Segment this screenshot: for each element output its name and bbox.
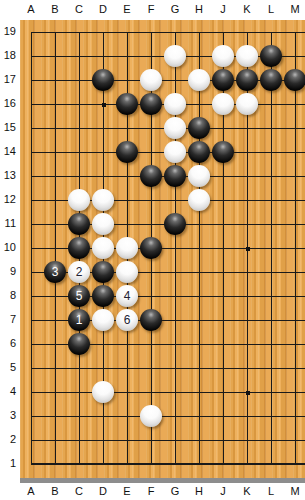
col-label-bottom-H: H (195, 485, 203, 497)
row-label-12: 12 (0, 193, 16, 205)
col-label-bottom-B: B (51, 485, 58, 497)
star-point-K10 (246, 247, 250, 251)
stone-white-G16[interactable] (164, 93, 186, 115)
stone-black-C8-move-5[interactable]: 5 (68, 285, 90, 307)
row-label-15: 15 (0, 121, 16, 133)
stone-black-K17[interactable] (236, 69, 258, 91)
col-label-top-B: B (51, 3, 58, 15)
stone-black-G13[interactable] (164, 165, 186, 187)
row-label-4: 4 (0, 385, 16, 397)
stone-white-G15[interactable] (164, 117, 186, 139)
stone-white-D12[interactable] (92, 189, 114, 211)
go-diagram: 351246 AABBCCDDEEFFGGHHJJKKLLMM191817161… (0, 0, 305, 500)
row-label-1: 1 (0, 457, 16, 469)
stone-white-E7-move-6[interactable]: 6 (116, 309, 138, 331)
stone-black-D8[interactable] (92, 285, 114, 307)
col-label-top-H: H (195, 3, 203, 15)
col-label-top-C: C (75, 3, 83, 15)
stone-black-D9[interactable] (92, 261, 114, 283)
stone-white-D11[interactable] (92, 213, 114, 235)
col-label-bottom-M: M (290, 485, 299, 497)
stone-black-F10[interactable] (140, 237, 162, 259)
stone-white-D4[interactable] (92, 381, 114, 403)
grid-line-row-4 (31, 392, 305, 393)
row-label-18: 18 (0, 49, 16, 61)
stone-white-F17[interactable] (140, 69, 162, 91)
col-label-bottom-J: J (220, 485, 226, 497)
stone-black-F16[interactable] (140, 93, 162, 115)
row-label-10: 10 (0, 241, 16, 253)
star-point-D16 (102, 103, 106, 107)
stone-white-E10[interactable] (116, 237, 138, 259)
stone-black-B9-move-3[interactable]: 3 (44, 261, 66, 283)
stone-black-M17[interactable] (284, 69, 305, 91)
row-label-13: 13 (0, 169, 16, 181)
col-label-top-M: M (290, 3, 299, 15)
stone-white-K18[interactable] (236, 45, 258, 67)
col-label-top-K: K (243, 3, 250, 15)
col-label-top-A: A (27, 3, 34, 15)
grid-line-row-5 (31, 368, 305, 369)
col-label-bottom-E: E (123, 485, 130, 497)
stone-black-G11[interactable] (164, 213, 186, 235)
row-label-17: 17 (0, 73, 16, 85)
stone-white-G18[interactable] (164, 45, 186, 67)
row-label-19: 19 (0, 25, 16, 37)
col-label-top-E: E (123, 3, 130, 15)
col-label-top-J: J (220, 3, 226, 15)
row-label-14: 14 (0, 145, 16, 157)
row-label-16: 16 (0, 97, 16, 109)
col-label-bottom-G: G (171, 485, 180, 497)
col-label-top-F: F (148, 3, 155, 15)
stone-black-C6[interactable] (68, 333, 90, 355)
stone-white-D10[interactable] (92, 237, 114, 259)
stone-white-C12[interactable] (68, 189, 90, 211)
stone-black-F13[interactable] (140, 165, 162, 187)
stone-white-D7[interactable] (92, 309, 114, 331)
stone-white-H13[interactable] (188, 165, 210, 187)
star-point-K4 (246, 391, 250, 395)
col-label-bottom-F: F (148, 485, 155, 497)
stone-black-D17[interactable] (92, 69, 114, 91)
stone-white-E8-move-4[interactable]: 4 (116, 285, 138, 307)
row-label-3: 3 (0, 409, 16, 421)
stone-black-F7[interactable] (140, 309, 162, 331)
stone-white-J16[interactable] (212, 93, 234, 115)
stone-black-C11[interactable] (68, 213, 90, 235)
stone-white-F3[interactable] (140, 405, 162, 427)
col-label-bottom-C: C (75, 485, 83, 497)
stone-black-J14[interactable] (212, 141, 234, 163)
stone-black-L17[interactable] (260, 69, 282, 91)
stone-black-E14[interactable] (116, 141, 138, 163)
stone-white-E9[interactable] (116, 261, 138, 283)
stone-white-C9-move-2[interactable]: 2 (68, 261, 90, 283)
row-label-9: 9 (0, 265, 16, 277)
col-label-top-L: L (268, 3, 274, 15)
stone-black-C7-move-1[interactable]: 1 (68, 309, 90, 331)
grid-line-row-3 (31, 416, 305, 417)
stone-black-E16[interactable] (116, 93, 138, 115)
row-label-11: 11 (0, 217, 16, 229)
col-label-top-D: D (99, 3, 107, 15)
board-shadow (20, 478, 305, 483)
col-label-bottom-D: D (99, 485, 107, 497)
stone-black-C10[interactable] (68, 237, 90, 259)
row-label-5: 5 (0, 361, 16, 373)
row-label-8: 8 (0, 289, 16, 301)
grid-line-row-2 (31, 440, 305, 441)
stone-black-H14[interactable] (188, 141, 210, 163)
grid-line-row-1 (31, 463, 305, 465)
stone-white-G14[interactable] (164, 141, 186, 163)
stone-black-H15[interactable] (188, 117, 210, 139)
goban-surface[interactable]: 351246 (20, 20, 305, 478)
col-label-bottom-A: A (27, 485, 34, 497)
stone-white-H12[interactable] (188, 189, 210, 211)
row-label-2: 2 (0, 433, 16, 445)
stone-black-J17[interactable] (212, 69, 234, 91)
col-label-top-G: G (171, 3, 180, 15)
stone-white-H17[interactable] (188, 69, 210, 91)
stone-white-K16[interactable] (236, 93, 258, 115)
stone-black-L18[interactable] (260, 45, 282, 67)
col-label-bottom-L: L (268, 485, 274, 497)
stone-white-J18[interactable] (212, 45, 234, 67)
row-label-6: 6 (0, 337, 16, 349)
col-label-bottom-K: K (243, 485, 250, 497)
grid-line-row-19 (31, 32, 305, 33)
row-label-7: 7 (0, 313, 16, 325)
